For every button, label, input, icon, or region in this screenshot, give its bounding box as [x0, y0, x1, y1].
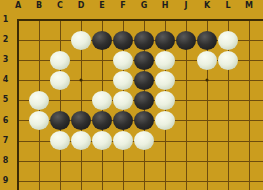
board-cell-F1[interactable]: [113, 10, 134, 30]
board-cell-A2[interactable]: [8, 30, 29, 50]
board-cell-G2[interactable]: [134, 30, 155, 50]
white-stone-C4[interactable]: [50, 71, 70, 90]
go-board-screen: ABCDEFGHJKLM123456789: [0, 0, 263, 190]
board-cell-L9[interactable]: [218, 171, 239, 190]
board-cell-D3[interactable]: [71, 50, 92, 70]
board-cell-K8[interactable]: [197, 151, 218, 171]
board-cell-L2[interactable]: [218, 30, 239, 50]
white-stone-K3[interactable]: [197, 51, 217, 70]
board-cell-E9[interactable]: [92, 171, 113, 190]
board-cell-A5[interactable]: [8, 90, 29, 110]
board-cell-E8[interactable]: [92, 151, 113, 171]
board-cell-F5[interactable]: [113, 90, 134, 110]
board-cell-J2[interactable]: [176, 30, 197, 50]
board-cell-E2[interactable]: [92, 30, 113, 50]
board-cell-A7[interactable]: [8, 131, 29, 151]
board-cell-C2[interactable]: [50, 30, 71, 50]
board-cell-K9[interactable]: [197, 171, 218, 190]
black-stone-E2[interactable]: [92, 31, 112, 50]
board-cell-E6[interactable]: [92, 110, 113, 130]
board-cell-F6[interactable]: [113, 110, 134, 130]
board-cell-C8[interactable]: [50, 151, 71, 171]
board-cell-M2[interactable]: [239, 30, 260, 50]
board-cell-H1[interactable]: [155, 10, 176, 30]
go-board[interactable]: [8, 10, 260, 190]
board-cell-F4[interactable]: [113, 70, 134, 90]
board-cell-F7[interactable]: [113, 131, 134, 151]
white-stone-E7[interactable]: [92, 131, 112, 150]
black-stone-G3[interactable]: [134, 51, 154, 70]
board-cell-C6[interactable]: [50, 110, 71, 130]
black-stone-H2[interactable]: [155, 31, 175, 50]
black-stone-E6[interactable]: [92, 111, 112, 130]
board-cell-K2[interactable]: [197, 30, 218, 50]
board-cell-H7[interactable]: [155, 131, 176, 151]
board-cell-J6[interactable]: [176, 110, 197, 130]
board-cell-J5[interactable]: [176, 90, 197, 110]
white-stone-D7[interactable]: [71, 131, 91, 150]
board-cell-M9[interactable]: [239, 171, 260, 190]
board-cell-C7[interactable]: [50, 131, 71, 151]
board-cell-A9[interactable]: [8, 171, 29, 190]
board-cell-D4[interactable]: [71, 70, 92, 90]
board-cell-D5[interactable]: [71, 90, 92, 110]
black-stone-C6[interactable]: [50, 111, 70, 130]
white-stone-H4[interactable]: [155, 71, 175, 90]
board-cell-E4[interactable]: [92, 70, 113, 90]
black-stone-K2[interactable]: [197, 31, 217, 50]
board-cell-G1[interactable]: [134, 10, 155, 30]
board-cell-J9[interactable]: [176, 171, 197, 190]
board-cell-K6[interactable]: [197, 110, 218, 130]
board-cell-K5[interactable]: [197, 90, 218, 110]
board-cell-M3[interactable]: [239, 50, 260, 70]
board-cell-C5[interactable]: [50, 90, 71, 110]
board-cell-L8[interactable]: [218, 151, 239, 171]
board-cell-H3[interactable]: [155, 50, 176, 70]
board-cell-K7[interactable]: [197, 131, 218, 151]
board-cell-K3[interactable]: [197, 50, 218, 70]
board-cell-B4[interactable]: [29, 70, 50, 90]
board-cell-M7[interactable]: [239, 131, 260, 151]
white-stone-H3[interactable]: [155, 51, 175, 70]
board-cell-F3[interactable]: [113, 50, 134, 70]
board-cell-A8[interactable]: [8, 151, 29, 171]
white-stone-L3[interactable]: [218, 51, 238, 70]
board-cell-A3[interactable]: [8, 50, 29, 70]
board-cell-G3[interactable]: [134, 50, 155, 70]
board-cell-A4[interactable]: [8, 70, 29, 90]
board-cell-E5[interactable]: [92, 90, 113, 110]
board-cell-D1[interactable]: [71, 10, 92, 30]
board-cell-L5[interactable]: [218, 90, 239, 110]
board-cell-K4[interactable]: [197, 70, 218, 90]
board-cell-L6[interactable]: [218, 110, 239, 130]
white-stone-F7[interactable]: [113, 131, 133, 150]
board-cell-M5[interactable]: [239, 90, 260, 110]
board-cell-B2[interactable]: [29, 30, 50, 50]
board-cell-B5[interactable]: [29, 90, 50, 110]
board-cell-G6[interactable]: [134, 110, 155, 130]
board-cell-H8[interactable]: [155, 151, 176, 171]
white-stone-F4[interactable]: [113, 71, 133, 90]
board-cell-J7[interactable]: [176, 131, 197, 151]
black-stone-F6[interactable]: [113, 111, 133, 130]
white-stone-L2[interactable]: [218, 31, 238, 50]
board-cell-D7[interactable]: [71, 131, 92, 151]
board-cell-D9[interactable]: [71, 171, 92, 190]
board-cell-G5[interactable]: [134, 90, 155, 110]
board-cell-J1[interactable]: [176, 10, 197, 30]
board-cell-L3[interactable]: [218, 50, 239, 70]
board-cell-G9[interactable]: [134, 171, 155, 190]
board-cell-M4[interactable]: [239, 70, 260, 90]
board-cell-H4[interactable]: [155, 70, 176, 90]
board-cell-J4[interactable]: [176, 70, 197, 90]
board-cell-J8[interactable]: [176, 151, 197, 171]
board-cell-B7[interactable]: [29, 131, 50, 151]
black-stone-G5[interactable]: [134, 91, 154, 110]
black-stone-J2[interactable]: [176, 31, 196, 50]
board-cell-A6[interactable]: [8, 110, 29, 130]
board-cell-C9[interactable]: [50, 171, 71, 190]
board-cell-B6[interactable]: [29, 110, 50, 130]
board-cell-H9[interactable]: [155, 171, 176, 190]
board-cell-C4[interactable]: [50, 70, 71, 90]
board-cell-B9[interactable]: [29, 171, 50, 190]
board-cell-C3[interactable]: [50, 50, 71, 70]
board-cell-D2[interactable]: [71, 30, 92, 50]
board-cell-B8[interactable]: [29, 151, 50, 171]
board-cell-M6[interactable]: [239, 110, 260, 130]
board-cell-E1[interactable]: [92, 10, 113, 30]
white-stone-C3[interactable]: [50, 51, 70, 70]
white-stone-H6[interactable]: [155, 111, 175, 130]
white-stone-B5[interactable]: [29, 91, 49, 110]
board-cell-D6[interactable]: [71, 110, 92, 130]
white-stone-D2[interactable]: [71, 31, 91, 50]
board-cell-F9[interactable]: [113, 171, 134, 190]
white-stone-F3[interactable]: [113, 51, 133, 70]
white-stone-C7[interactable]: [50, 131, 70, 150]
black-stone-G2[interactable]: [134, 31, 154, 50]
black-stone-F2[interactable]: [113, 31, 133, 50]
board-cell-H5[interactable]: [155, 90, 176, 110]
white-stone-H5[interactable]: [155, 91, 175, 110]
board-cell-M8[interactable]: [239, 151, 260, 171]
board-cell-K1[interactable]: [197, 10, 218, 30]
board-cell-G8[interactable]: [134, 151, 155, 171]
board-cell-H2[interactable]: [155, 30, 176, 50]
black-stone-G4[interactable]: [134, 71, 154, 90]
board-cell-B1[interactable]: [29, 10, 50, 30]
board-cell-L7[interactable]: [218, 131, 239, 151]
board-cell-H6[interactable]: [155, 110, 176, 130]
board-cell-E3[interactable]: [92, 50, 113, 70]
board-cell-G7[interactable]: [134, 131, 155, 151]
black-stone-G6[interactable]: [134, 111, 154, 130]
white-stone-E5[interactable]: [92, 91, 112, 110]
board-cell-G4[interactable]: [134, 70, 155, 90]
white-stone-B6[interactable]: [29, 111, 49, 130]
white-stone-F5[interactable]: [113, 91, 133, 110]
black-stone-D6[interactable]: [71, 111, 91, 130]
board-cell-M1[interactable]: [239, 10, 260, 30]
board-cell-D8[interactable]: [71, 151, 92, 171]
board-cell-J3[interactable]: [176, 50, 197, 70]
board-cell-L4[interactable]: [218, 70, 239, 90]
board-cell-E7[interactable]: [92, 131, 113, 151]
board-cell-F2[interactable]: [113, 30, 134, 50]
board-cell-A1[interactable]: [8, 10, 29, 30]
board-cell-C1[interactable]: [50, 10, 71, 30]
white-stone-G7[interactable]: [134, 131, 154, 150]
board-cell-L1[interactable]: [218, 10, 239, 30]
board-cell-B3[interactable]: [29, 50, 50, 70]
board-cell-F8[interactable]: [113, 151, 134, 171]
